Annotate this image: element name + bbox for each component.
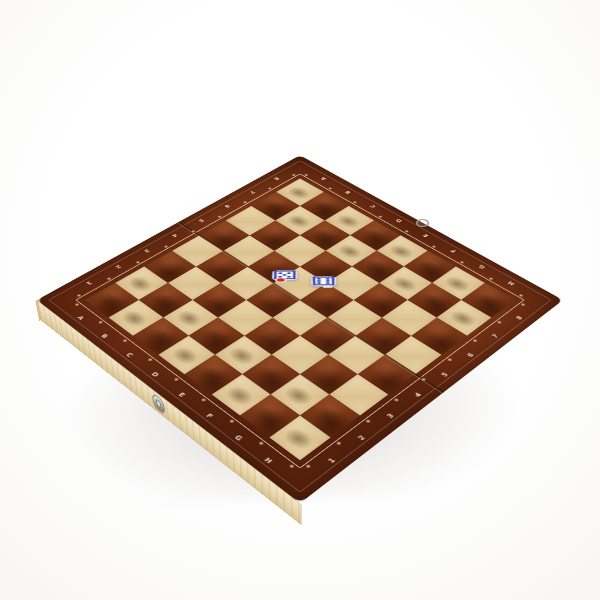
border-marker [230,420,234,422]
border-marker [473,340,476,342]
border-marker [192,231,195,233]
border-marker [305,174,308,175]
rank-label-right: 3 [386,413,395,420]
file-label-near: H [263,457,274,465]
file-label-near: G [233,434,243,441]
border-marker [123,340,126,342]
rank-label-right: 2 [357,435,367,442]
border-marker [405,231,408,233]
border-marker [268,188,271,190]
border-marker [259,442,263,445]
file-label-far: H [508,280,517,286]
border-marker [395,399,399,401]
border-marker [448,359,451,361]
border-marker [202,399,206,401]
border-marker [521,304,524,306]
border-marker [379,216,382,218]
rank-label-left: 4 [170,233,178,238]
die-2[interactable]: ⚅ [310,276,336,286]
border-marker [218,216,221,218]
rank-label-left: 5 [197,218,205,223]
file-label-near: C [125,352,134,358]
border-marker [366,420,370,422]
border-marker [244,202,247,204]
rank-label-right: 1 [327,457,337,464]
file-label-near: B [100,333,109,339]
border-marker [136,261,139,263]
border-marker [354,202,357,204]
border-marker [290,465,294,468]
border-marker [99,321,102,323]
die-red-one-pip [277,278,285,281]
file-label-near: E [177,392,186,398]
border-marker [165,246,168,248]
file-label-near: A [76,315,85,321]
border-marker [432,246,435,248]
product-photo-chess-set: ♜♞♝♛♚♝♞♜♟♟♟♟♟♟♟♟♟♟♟♟♟♟♟♟♜♞♝♛♚♝♞♜ AA11BB2… [0,0,600,600]
file-label-near: F [205,413,214,420]
rank-label-left: 3 [142,248,150,253]
border-marker [519,295,522,297]
border-marker [337,442,341,445]
rank-label-right: 4 [414,392,423,398]
border-marker [77,295,80,297]
border-marker [498,321,501,323]
border-marker [75,304,78,306]
die-1[interactable]: ⚄ [272,270,298,280]
border-marker [175,378,178,380]
die-front-face-hint [322,286,332,288]
border-marker [292,174,295,175]
rank-label-right: 5 [440,372,449,378]
rank-label-right: 7 [491,333,500,339]
border-marker [148,359,151,361]
rank-label-left: 6 [223,203,231,207]
file-label-near: D [150,371,160,378]
rank-label-right: 6 [466,352,475,358]
border-marker [329,188,332,190]
rank-label-right: 8 [515,315,524,321]
border-marker [306,465,310,468]
border-marker [460,261,463,263]
